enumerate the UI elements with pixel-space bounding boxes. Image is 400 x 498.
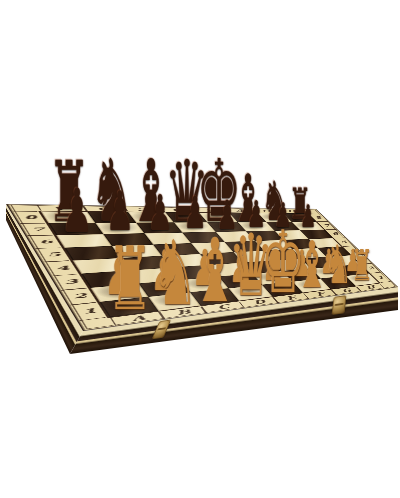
piece-white-rook[interactable]: ♜ — [351, 246, 373, 288]
piece-black-pawn[interactable]: ♟ — [61, 180, 93, 241]
piece-white-knight[interactable]: ♞ — [325, 240, 353, 293]
chess-set-photo: AA88BB77CC66DD55EE44FF33GG22HH11 ♜♞♝♛♚♝♞… — [0, 0, 400, 498]
pieces-layer: ♜♞♝♛♚♝♞♜♟♟♟♟♟♟♟♟♟♟♟♟♟♟♟♟♜♞♝♛♚♝♞♜ — [0, 0, 400, 498]
piece-white-rook[interactable]: ♜ — [107, 236, 153, 324]
